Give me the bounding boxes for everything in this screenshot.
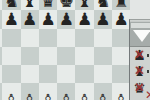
square-e6[interactable] <box>57 29 75 47</box>
red-x-icon: ✕ <box>132 63 147 79</box>
square-f4[interactable] <box>75 65 93 83</box>
red-x-icon: ✕ <box>132 47 147 63</box>
square-d6[interactable] <box>39 29 57 47</box>
piece-white-h2[interactable]: ♙ <box>112 91 130 100</box>
square-f5[interactable] <box>75 47 93 65</box>
piece-black-b7[interactable]: ♟ <box>2 10 20 28</box>
cut-off-mark <box>147 54 149 57</box>
piece-white-e2[interactable]: ♙ <box>57 91 75 100</box>
chess-board[interactable]: ♜♞♝♛♚♝♞♜♟♟♟♟♟♟♟♟♙♙♙♙♙♙♙♙ <box>0 0 131 100</box>
piece-black-h7[interactable]: ♟ <box>112 10 130 28</box>
square-c5[interactable] <box>21 47 39 65</box>
piece-black-g7[interactable]: ♟ <box>94 10 112 28</box>
piece-white-b2[interactable]: ♙ <box>2 91 20 100</box>
piece-white-g2[interactable]: ♙ <box>94 91 112 100</box>
piece-white-d2[interactable]: ♙ <box>39 91 57 100</box>
black-bishop-crossed-icon[interactable]: ♝✕ <box>132 63 147 79</box>
square-h4[interactable] <box>112 65 130 83</box>
piece-black-f7[interactable]: ♟ <box>76 10 94 28</box>
square-c4[interactable] <box>21 65 39 83</box>
piece-black-c7[interactable]: ♟ <box>21 10 39 28</box>
square-h6[interactable] <box>112 29 130 47</box>
piece-white-c2[interactable]: ♙ <box>21 91 39 100</box>
square-g6[interactable] <box>94 29 112 47</box>
square-g5[interactable] <box>94 47 112 65</box>
piece-white-f2[interactable]: ♙ <box>76 91 94 100</box>
square-c6[interactable] <box>21 29 39 47</box>
piece-black-e7[interactable]: ♟ <box>57 10 75 28</box>
cut-off-crossed-icon: ✕ <box>145 88 150 100</box>
dropdown-highlight <box>131 23 150 28</box>
dropdown-button[interactable] <box>130 21 150 47</box>
chess-app-window: ♜♞♝♛♚♝♞♜♟♟♟♟♟♟♟♟♙♙♙♙♙♙♙♙ ♟✕♝✕♛✕ ✕ <box>0 0 150 100</box>
black-pawn-crossed-icon[interactable]: ♟✕ <box>132 47 147 63</box>
chevron-down-icon <box>133 30 150 42</box>
cut-off-mark <box>147 70 149 73</box>
square-d5[interactable] <box>39 47 57 65</box>
square-b5[interactable] <box>2 47 20 65</box>
square-d4[interactable] <box>39 65 57 83</box>
square-g4[interactable] <box>94 65 112 83</box>
square-f6[interactable] <box>75 29 93 47</box>
square-h5[interactable] <box>112 47 130 65</box>
piece-black-d7[interactable]: ♟ <box>39 10 57 28</box>
square-e4[interactable] <box>57 65 75 83</box>
square-b6[interactable] <box>2 29 20 47</box>
square-b4[interactable] <box>2 65 20 83</box>
square-e5[interactable] <box>57 47 75 65</box>
